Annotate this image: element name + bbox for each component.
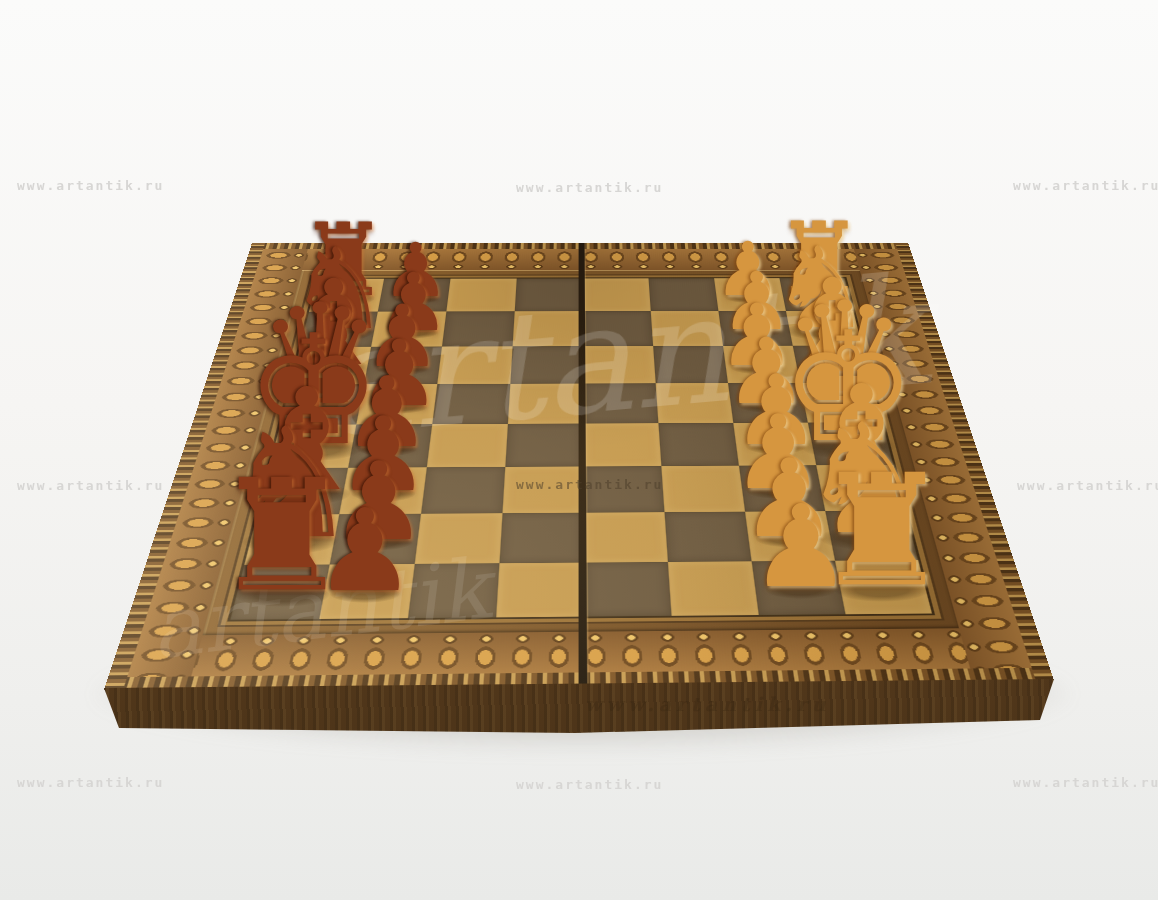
square-r1c6 bbox=[718, 311, 792, 346]
square-r3c3 bbox=[508, 384, 583, 424]
square-r3c6 bbox=[728, 383, 808, 423]
square-r6c5 bbox=[665, 512, 752, 562]
chess-board bbox=[104, 243, 1054, 690]
square-r7c5 bbox=[668, 561, 759, 616]
square-r7c0 bbox=[230, 565, 329, 620]
square-r6c0 bbox=[244, 514, 339, 565]
square-r5c1 bbox=[339, 467, 427, 514]
square-r0c7 bbox=[779, 278, 853, 311]
square-r0c3 bbox=[515, 278, 583, 311]
square-r1c0 bbox=[300, 312, 378, 347]
watermark-text: www.artantik.ru bbox=[1013, 775, 1158, 790]
square-r3c0 bbox=[280, 384, 364, 425]
square-r5c5 bbox=[661, 466, 745, 513]
square-r4c0 bbox=[269, 424, 356, 468]
watermark-text: www.artantik.ru bbox=[17, 478, 164, 493]
square-r1c2 bbox=[442, 311, 515, 346]
watermark-text: www.artantik.ru bbox=[516, 180, 663, 195]
square-r0c0 bbox=[309, 279, 384, 312]
square-r2c2 bbox=[437, 346, 512, 384]
square-r3c1 bbox=[356, 384, 437, 424]
square-r3c5 bbox=[656, 383, 734, 423]
watermark-text: www.artantik.ru bbox=[1017, 478, 1158, 493]
square-r1c1 bbox=[371, 311, 446, 346]
square-r0c2 bbox=[446, 279, 516, 312]
square-r4c3 bbox=[505, 424, 583, 467]
square-r5c6 bbox=[739, 465, 825, 511]
square-r6c4 bbox=[584, 512, 668, 562]
square-r4c5 bbox=[658, 423, 739, 466]
square-r7c6 bbox=[752, 561, 846, 615]
square-r6c3 bbox=[499, 513, 583, 564]
square-r0c6 bbox=[714, 278, 786, 311]
square-r6c1 bbox=[330, 514, 421, 565]
square-r3c7 bbox=[800, 383, 882, 423]
square-r4c7 bbox=[808, 422, 893, 465]
watermark-text: www.artantik.ru bbox=[17, 775, 164, 790]
square-r6c6 bbox=[745, 511, 835, 561]
square-r2c4 bbox=[583, 346, 656, 384]
square-r4c2 bbox=[427, 424, 508, 467]
square-r0c4 bbox=[583, 278, 651, 311]
square-r4c1 bbox=[348, 424, 432, 468]
square-r7c4 bbox=[584, 562, 672, 617]
square-r4c6 bbox=[733, 423, 816, 466]
square-r1c7 bbox=[786, 311, 862, 346]
square-r6c2 bbox=[415, 513, 503, 564]
watermark-text: www.artantik.ru bbox=[516, 777, 663, 792]
square-r2c3 bbox=[510, 346, 583, 384]
square-r1c3 bbox=[513, 311, 583, 346]
square-r7c7 bbox=[835, 560, 932, 614]
square-r0c1 bbox=[378, 279, 451, 312]
square-r3c4 bbox=[583, 383, 658, 423]
square-r2c7 bbox=[793, 345, 872, 382]
square-r5c2 bbox=[421, 467, 505, 514]
square-r0c5 bbox=[649, 278, 719, 311]
square-r2c5 bbox=[653, 346, 728, 383]
square-r7c1 bbox=[319, 564, 414, 619]
square-r2c6 bbox=[723, 346, 800, 383]
square-r7c3 bbox=[496, 563, 584, 618]
square-r4c4 bbox=[583, 423, 661, 466]
square-r5c7 bbox=[816, 465, 905, 511]
square-r7c2 bbox=[408, 563, 500, 618]
square-r2c0 bbox=[290, 347, 371, 385]
square-r3c2 bbox=[432, 384, 510, 424]
square-r1c5 bbox=[651, 311, 723, 346]
square-r1c4 bbox=[583, 311, 653, 346]
product-photo-stage: ♜♟♟♜♞♟♟♞♝♟♟♝♛♟♟♛♚♟♟♚♝♟♟♝♞♟♟♞♜♟♟♜ artanti… bbox=[0, 0, 1158, 900]
square-r5c0 bbox=[257, 468, 348, 515]
watermark-text: www.artantik.ru bbox=[516, 477, 663, 492]
watermark-text: www.artantik.ru bbox=[17, 178, 164, 193]
watermark-text: www.artantik.ru bbox=[1013, 178, 1158, 193]
square-r2c1 bbox=[364, 347, 442, 385]
square-r6c7 bbox=[825, 511, 918, 561]
